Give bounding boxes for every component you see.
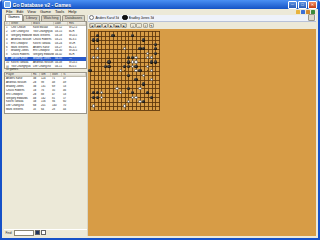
white-stone: [96, 47, 99, 50]
grid-line: [144, 31, 145, 110]
white-stone: [150, 69, 153, 72]
white-stone: [123, 47, 126, 50]
black-stone: [154, 47, 157, 50]
cell: %: [62, 73, 86, 77]
cell: Date: [54, 22, 68, 26]
black-stone: [111, 34, 114, 37]
edit-button-1[interactable]: −: [136, 23, 142, 28]
white-stone: [150, 78, 153, 81]
cell: Mark Stevens: [5, 108, 32, 112]
nav-button-1[interactable]: ◀◀: [95, 23, 101, 28]
window-title: Go Database v2 - Games: [13, 2, 161, 8]
cell: 1k: [32, 108, 40, 112]
white-stone: [96, 56, 99, 59]
star-point: [124, 97, 125, 98]
star-point: [124, 44, 125, 45]
cell: Rk: [32, 73, 40, 77]
grid-line: [128, 31, 129, 110]
grid-line: [90, 88, 160, 89]
black-stone: [142, 82, 145, 85]
player-info-bar: Anders Karuf 3d Bradley Jones 3d: [88, 15, 160, 23]
black-stone: [96, 91, 99, 94]
white-stone-icon: [89, 15, 94, 20]
black-stone: [127, 65, 130, 68]
black-stone: [142, 100, 145, 103]
black-stone: [127, 60, 130, 63]
white-stone: [146, 52, 149, 55]
nav-button-2[interactable]: ◀: [102, 23, 108, 28]
black-stone: [154, 52, 157, 55]
cell: Gm: [40, 73, 51, 77]
white-stone: [138, 87, 141, 90]
app-icon: [4, 1, 11, 8]
player-row[interactable]: Mark Stevens1k642844: [5, 108, 86, 112]
grid-line: [90, 75, 160, 76]
black-stone: [154, 43, 157, 46]
black-stone: [107, 65, 110, 68]
left-panel: GamesLibraryWatchingDatabases #WhiteBlac…: [4, 15, 87, 120]
white-stone: [92, 56, 95, 59]
white-stone: [119, 91, 122, 94]
black-stone: [134, 65, 137, 68]
white-stone: [146, 65, 149, 68]
star-point: [101, 44, 102, 45]
menu-game[interactable]: Game: [38, 9, 53, 14]
star-point: [147, 97, 148, 98]
players-table: PlayerRkGmWon% Anders Karuf3d1247157Andr…: [4, 72, 87, 114]
black-stone: [146, 91, 149, 94]
black-stone: [88, 69, 91, 72]
games-table: #WhiteBlackDateRes 1Cho ChikunKato Masao…: [4, 21, 87, 70]
white-stone: [150, 56, 153, 59]
white-stone: [142, 74, 145, 77]
edit-button-3[interactable]: ✎: [149, 23, 155, 28]
game-panel: Anders Karuf 3d Bradley Jones 3d |◀◀◀◀▶▶…: [88, 15, 160, 120]
nav-button-3[interactable]: ▶: [108, 23, 114, 28]
cell: Black: [32, 22, 54, 26]
edit-button-0[interactable]: +: [130, 23, 136, 28]
cell: 64: [40, 108, 51, 112]
black-stone-icon: [122, 15, 127, 20]
edit-button-2[interactable]: ✕: [143, 23, 149, 28]
go-board[interactable]: [88, 29, 160, 119]
app-window: Go Database v2 - Games ─ □ ✕ FileEditVie…: [0, 0, 160, 119]
menu-help[interactable]: Help: [66, 9, 78, 14]
grid-line: [90, 84, 160, 85]
black-stone: [127, 87, 130, 90]
black-stone: [150, 60, 153, 63]
black-stone: [154, 60, 157, 63]
white-stone: [119, 69, 122, 72]
cell: White: [10, 22, 32, 26]
white-stone: [123, 104, 126, 107]
title-bar[interactable]: Go Database v2 - Games ─ □ ✕: [2, 0, 160, 9]
white-stone: [127, 100, 130, 103]
white-stone: [134, 56, 137, 59]
cell: 28: [51, 108, 62, 112]
white-stone: [146, 56, 149, 59]
black-stone: [142, 38, 145, 41]
black-stone: [96, 34, 99, 37]
white-stone: [92, 104, 95, 107]
black-stone: [123, 65, 126, 68]
black-stone: [96, 96, 99, 99]
black-stone: [96, 38, 99, 41]
white-player-name: Anders Karuf 3d: [95, 16, 119, 20]
black-player-name: Bradley Jones 3d: [129, 16, 154, 20]
grid-line: [159, 31, 160, 110]
black-stone: [134, 78, 137, 81]
black-stone: [131, 91, 134, 94]
menu-tools[interactable]: Tools: [53, 9, 66, 14]
black-stone: [138, 69, 141, 72]
nav-button-4[interactable]: ▶▶: [114, 23, 120, 28]
black-stone: [131, 34, 134, 37]
cell: 44: [62, 108, 86, 112]
black-stone: [92, 96, 95, 99]
black-stone: [150, 96, 153, 99]
white-stone: [100, 91, 103, 94]
black-stone: [92, 38, 95, 41]
grid-line: [90, 110, 160, 111]
black-stone: [142, 47, 145, 50]
cell: Res: [68, 22, 86, 26]
menu-view[interactable]: View: [25, 9, 38, 14]
cell: Player: [5, 73, 32, 77]
cell: Won: [51, 73, 62, 77]
white-stone: [134, 60, 137, 63]
white-stone: [100, 96, 103, 99]
black-stone: [92, 91, 95, 94]
black-stone: [127, 74, 130, 77]
black-stone: [127, 56, 130, 59]
white-stone: [134, 96, 137, 99]
grid-line: [90, 102, 160, 103]
white-stone: [115, 87, 118, 90]
nav-button-5[interactable]: ▶|: [121, 23, 127, 28]
nav-button-0[interactable]: |◀: [89, 23, 95, 28]
black-stone: [107, 60, 110, 63]
